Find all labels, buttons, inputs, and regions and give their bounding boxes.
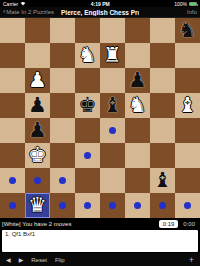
black-bishop-piece: ♝ [100, 93, 125, 118]
chess-board: ♞♞♜♟♟♟♚♝♞♝♟♚♝♛ [0, 18, 200, 218]
white-king-piece: ♚ [25, 143, 50, 168]
square-c5[interactable] [50, 93, 75, 118]
black-bishop-piece: ♝ [150, 168, 175, 193]
square-g5[interactable] [150, 93, 175, 118]
square-e5[interactable]: ♝ [100, 93, 125, 118]
plus-button[interactable]: + [189, 255, 194, 265]
prompt-row: [White] You have 2 moves 0:19 0:00 [0, 218, 200, 229]
back-button-label: Mate In 2 Puzzles [6, 9, 54, 15]
square-a5[interactable] [0, 93, 25, 118]
white-bishop-piece: ♝ [175, 93, 200, 118]
square-g6[interactable] [150, 68, 175, 93]
legal-move-dot[interactable] [59, 177, 66, 184]
black-pawn-piece: ♟ [125, 68, 150, 93]
square-b3[interactable]: ♚ [25, 143, 50, 168]
square-g4[interactable] [150, 118, 175, 143]
square-c4[interactable] [50, 118, 75, 143]
black-king-piece: ♚ [75, 93, 100, 118]
bottom-toolbar: ◀ ▶ Reset Flip + [0, 253, 200, 266]
legal-move-dot[interactable] [59, 202, 66, 209]
step-back-button[interactable]: ◀ [6, 256, 11, 263]
square-d3[interactable] [75, 143, 100, 168]
square-d5[interactable]: ♚ [75, 93, 100, 118]
square-a7[interactable] [0, 43, 25, 68]
square-e8[interactable] [100, 18, 125, 43]
white-rook-piece: ♜ [100, 43, 125, 68]
square-g3[interactable] [150, 143, 175, 168]
square-d4[interactable] [75, 118, 100, 143]
square-c3[interactable] [50, 143, 75, 168]
square-a3[interactable] [0, 143, 25, 168]
square-e2[interactable] [100, 168, 125, 193]
square-h7[interactable] [175, 43, 200, 68]
legal-move-dot[interactable] [84, 202, 91, 209]
square-b6[interactable]: ♟ [25, 68, 50, 93]
square-f6[interactable]: ♟ [125, 68, 150, 93]
clock-label: 4:19 PM [26, 1, 174, 7]
square-h6[interactable] [175, 68, 200, 93]
legal-move-dot[interactable] [109, 127, 116, 134]
legal-move-dot[interactable] [84, 152, 91, 159]
square-f1[interactable] [125, 193, 150, 218]
legal-move-dot[interactable] [109, 202, 116, 209]
total-timer-label: 0:00 [183, 221, 195, 227]
square-d1[interactable] [75, 193, 100, 218]
square-f8[interactable] [125, 18, 150, 43]
square-b4[interactable]: ♟ [25, 118, 50, 143]
square-a1[interactable] [0, 193, 25, 218]
square-h4[interactable] [175, 118, 200, 143]
square-f5[interactable]: ♞ [125, 93, 150, 118]
square-c7[interactable] [50, 43, 75, 68]
square-c8[interactable] [50, 18, 75, 43]
black-pawn-piece: ♟ [25, 93, 50, 118]
back-button[interactable]: ‹ Mate In 2 Puzzles [3, 9, 61, 15]
square-b7[interactable] [25, 43, 50, 68]
move-list: 1. Qf1 Bxf1 [2, 230, 198, 252]
square-g1[interactable] [150, 193, 175, 218]
square-b5[interactable]: ♟ [25, 93, 50, 118]
square-e3[interactable] [100, 143, 125, 168]
white-knight-piece: ♞ [75, 43, 100, 68]
square-a8[interactable] [0, 18, 25, 43]
back-chevron-icon: ‹ [3, 9, 5, 15]
square-e4[interactable] [100, 118, 125, 143]
square-h5[interactable]: ♝ [175, 93, 200, 118]
square-f4[interactable] [125, 118, 150, 143]
black-pawn-piece: ♟ [25, 118, 50, 143]
square-c6[interactable] [50, 68, 75, 93]
black-knight-piece: ♞ [175, 18, 200, 43]
battery-icon [189, 2, 197, 6]
square-d6[interactable] [75, 68, 100, 93]
page-title: Pierce, English Chess Problems [61, 9, 139, 16]
legal-move-dot[interactable] [159, 202, 166, 209]
square-e7[interactable]: ♜ [100, 43, 125, 68]
square-f7[interactable] [125, 43, 150, 68]
elapsed-timer-badge: 0:19 [159, 220, 179, 228]
turn-prompt-label: [White] You have 2 moves [2, 221, 159, 227]
square-a2[interactable] [0, 168, 25, 193]
carrier-label: Carrier [3, 1, 18, 7]
legal-move-dot[interactable] [34, 177, 41, 184]
square-d8[interactable] [75, 18, 100, 43]
legal-move-dot[interactable] [134, 202, 141, 209]
reset-button[interactable]: Reset [31, 257, 47, 263]
square-f3[interactable] [125, 143, 150, 168]
square-g8[interactable] [150, 18, 175, 43]
square-a4[interactable] [0, 118, 25, 143]
battery-percent-label: 100% [174, 1, 187, 7]
legal-move-dot[interactable] [184, 202, 191, 209]
square-c1[interactable] [50, 193, 75, 218]
square-f2[interactable] [125, 168, 150, 193]
square-c2[interactable] [50, 168, 75, 193]
square-b2[interactable] [25, 168, 50, 193]
square-b1[interactable]: ♛ [25, 193, 50, 218]
square-g7[interactable] [150, 43, 175, 68]
square-d7[interactable]: ♞ [75, 43, 100, 68]
square-d2[interactable] [75, 168, 100, 193]
square-h8[interactable]: ♞ [175, 18, 200, 43]
move-list-container: 1. Qf1 Bxf1 [0, 229, 200, 253]
legal-move-dot[interactable] [9, 202, 16, 209]
square-h1[interactable] [175, 193, 200, 218]
nav-bar: ‹ Mate In 2 Puzzles Pierce, English Ches… [0, 7, 200, 18]
white-queen-piece: ♛ [25, 193, 50, 218]
white-pawn-piece: ♟ [25, 68, 50, 93]
white-knight-piece: ♞ [125, 93, 150, 118]
square-h3[interactable] [175, 143, 200, 168]
square-b8[interactable] [25, 18, 50, 43]
info-button[interactable]: Info [139, 9, 197, 15]
legal-move-dot[interactable] [9, 177, 16, 184]
square-h2[interactable] [175, 168, 200, 193]
square-a6[interactable] [0, 68, 25, 93]
step-forward-button[interactable]: ▶ [19, 256, 24, 263]
status-bar: Carrier 4:19 PM 100% [0, 0, 200, 7]
square-e6[interactable] [100, 68, 125, 93]
square-g2[interactable]: ♝ [150, 168, 175, 193]
flip-button[interactable]: Flip [55, 257, 65, 263]
square-e1[interactable] [100, 193, 125, 218]
